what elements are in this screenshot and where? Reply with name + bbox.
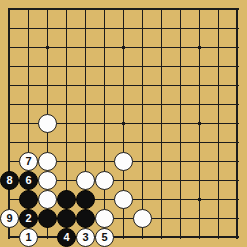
board-intersection[interactable] bbox=[0, 133, 19, 152]
grid-line-vertical bbox=[161, 76, 162, 95]
board-intersection[interactable] bbox=[114, 114, 133, 133]
board-intersection[interactable] bbox=[95, 133, 114, 152]
grid-line-vertical bbox=[123, 95, 124, 114]
board-intersection[interactable] bbox=[133, 95, 152, 114]
grid-line-vertical bbox=[28, 114, 29, 133]
grid-line-vertical bbox=[180, 95, 181, 114]
board-intersection[interactable] bbox=[133, 19, 152, 38]
board-intersection[interactable] bbox=[114, 133, 133, 152]
board-intersection[interactable] bbox=[209, 76, 228, 95]
board-intersection[interactable] bbox=[133, 133, 152, 152]
grid-line-vertical bbox=[123, 19, 124, 38]
grid-line-vertical bbox=[8, 57, 10, 76]
board-intersection[interactable] bbox=[76, 19, 95, 38]
white-stone bbox=[38, 114, 57, 133]
board-intersection[interactable] bbox=[190, 171, 209, 190]
board-intersection[interactable] bbox=[38, 209, 57, 228]
grid-line-vertical bbox=[123, 171, 124, 190]
grid-line-vertical bbox=[218, 114, 219, 133]
board-intersection[interactable]: 1 bbox=[19, 228, 38, 247]
grid-line-vertical bbox=[218, 19, 219, 38]
grid-line-vertical bbox=[180, 8, 181, 19]
board-intersection[interactable] bbox=[152, 57, 171, 76]
go-board: 786921435 bbox=[0, 0, 247, 247]
board-intersection[interactable] bbox=[190, 152, 209, 171]
grid-line-vertical bbox=[236, 228, 238, 239]
board-intersection[interactable] bbox=[38, 0, 57, 19]
grid-line-vertical bbox=[218, 171, 219, 190]
board-intersection[interactable] bbox=[57, 57, 76, 76]
grid-line-vertical bbox=[47, 57, 48, 76]
grid-line-vertical bbox=[8, 8, 10, 19]
grid-line-vertical bbox=[236, 209, 238, 228]
move-number: 6 bbox=[25, 175, 31, 186]
grid-line-vertical bbox=[142, 19, 143, 38]
grid-line-vertical bbox=[161, 152, 162, 171]
grid-line-vertical bbox=[47, 76, 48, 95]
grid-line-vertical bbox=[236, 76, 238, 95]
board-intersection[interactable] bbox=[209, 19, 228, 38]
board-intersection[interactable] bbox=[57, 209, 76, 228]
grid-line-vertical bbox=[199, 171, 200, 190]
board-intersection[interactable] bbox=[114, 95, 133, 114]
board-intersection[interactable] bbox=[209, 133, 228, 152]
board-intersection[interactable] bbox=[209, 95, 228, 114]
board-intersection[interactable] bbox=[38, 133, 57, 152]
board-intersection[interactable] bbox=[0, 114, 19, 133]
board-intersection[interactable] bbox=[0, 57, 19, 76]
board-intersection[interactable] bbox=[19, 133, 38, 152]
board-intersection[interactable] bbox=[114, 76, 133, 95]
move-number: 2 bbox=[25, 213, 31, 224]
grid-line-vertical bbox=[85, 38, 86, 57]
grid-line-vertical bbox=[123, 209, 124, 228]
board-intersection[interactable] bbox=[228, 76, 247, 95]
board-intersection[interactable] bbox=[38, 76, 57, 95]
board-intersection[interactable] bbox=[114, 19, 133, 38]
board-intersection[interactable] bbox=[171, 19, 190, 38]
white-stone bbox=[133, 209, 152, 228]
board-intersection[interactable] bbox=[133, 0, 152, 19]
board-intersection[interactable] bbox=[0, 228, 19, 247]
board-intersection[interactable] bbox=[0, 190, 19, 209]
board-intersection[interactable] bbox=[76, 133, 95, 152]
board-intersection[interactable] bbox=[95, 171, 114, 190]
white-stone bbox=[114, 190, 133, 209]
grid-line-vertical bbox=[180, 38, 181, 57]
black-stone: 4 bbox=[57, 228, 76, 247]
grid-line-vertical bbox=[180, 152, 181, 171]
board-intersection[interactable] bbox=[190, 209, 209, 228]
board-intersection[interactable] bbox=[114, 0, 133, 19]
grid-line-vertical bbox=[180, 19, 181, 38]
grid-line-vertical bbox=[85, 19, 86, 38]
grid-line-vertical bbox=[123, 133, 124, 152]
grid-line-vertical bbox=[66, 95, 67, 114]
board-intersection[interactable] bbox=[114, 209, 133, 228]
board-intersection[interactable] bbox=[171, 114, 190, 133]
grid-line-vertical bbox=[123, 76, 124, 95]
board-intersection[interactable] bbox=[57, 190, 76, 209]
grid-line-vertical bbox=[28, 19, 29, 38]
board-intersection[interactable] bbox=[171, 171, 190, 190]
board-intersection[interactable] bbox=[133, 190, 152, 209]
grid-line-vertical bbox=[180, 57, 181, 76]
board-intersection[interactable] bbox=[152, 152, 171, 171]
grid-line-vertical bbox=[28, 133, 29, 152]
black-stone bbox=[19, 190, 38, 209]
grid-line-vertical bbox=[218, 133, 219, 152]
board-intersection[interactable] bbox=[19, 0, 38, 19]
board-intersection[interactable] bbox=[114, 171, 133, 190]
board-intersection[interactable] bbox=[19, 19, 38, 38]
board-intersection[interactable] bbox=[76, 95, 95, 114]
board-intersection[interactable] bbox=[0, 76, 19, 95]
grid-line-vertical bbox=[180, 114, 181, 133]
star-point bbox=[122, 122, 125, 125]
board-intersection[interactable] bbox=[19, 57, 38, 76]
grid-line-vertical bbox=[199, 152, 200, 171]
board-intersection[interactable] bbox=[76, 190, 95, 209]
grid-line-vertical bbox=[66, 8, 67, 19]
grid-line-vertical bbox=[161, 171, 162, 190]
grid-line-vertical bbox=[236, 19, 238, 38]
board-intersection[interactable] bbox=[38, 152, 57, 171]
star-point bbox=[198, 198, 201, 201]
board-intersection[interactable] bbox=[171, 209, 190, 228]
grid-line-vertical bbox=[104, 133, 105, 152]
board-intersection[interactable] bbox=[209, 114, 228, 133]
grid-line-vertical bbox=[236, 95, 238, 114]
board-intersection[interactable] bbox=[209, 0, 228, 19]
board-intersection[interactable] bbox=[152, 95, 171, 114]
board-intersection[interactable] bbox=[95, 209, 114, 228]
grid-line-vertical bbox=[85, 152, 86, 171]
grid-line-vertical bbox=[142, 95, 143, 114]
board-intersection[interactable] bbox=[152, 190, 171, 209]
board-intersection[interactable] bbox=[114, 228, 133, 247]
board-intersection[interactable] bbox=[19, 95, 38, 114]
board-intersection[interactable] bbox=[190, 19, 209, 38]
board-intersection[interactable] bbox=[171, 95, 190, 114]
grid-line-vertical bbox=[85, 57, 86, 76]
grid-line-vertical bbox=[218, 95, 219, 114]
board-intersection[interactable] bbox=[95, 95, 114, 114]
grid-line-vertical bbox=[236, 152, 238, 171]
grid-line-vertical bbox=[180, 76, 181, 95]
white-stone bbox=[38, 171, 57, 190]
board-intersection[interactable] bbox=[152, 38, 171, 57]
grid-line-vertical bbox=[161, 57, 162, 76]
board-intersection[interactable] bbox=[133, 76, 152, 95]
board-intersection[interactable]: 4 bbox=[57, 228, 76, 247]
grid-line-vertical bbox=[236, 133, 238, 152]
grid-line-vertical bbox=[104, 190, 105, 209]
board-intersection[interactable] bbox=[171, 57, 190, 76]
grid-line-vertical bbox=[142, 133, 143, 152]
black-stone: 8 bbox=[0, 171, 19, 190]
board-intersection[interactable] bbox=[57, 95, 76, 114]
board-intersection[interactable]: 6 bbox=[19, 171, 38, 190]
board-intersection[interactable] bbox=[171, 38, 190, 57]
grid-line-vertical bbox=[66, 171, 67, 190]
grid-line-vertical bbox=[180, 228, 181, 239]
board-intersection[interactable] bbox=[95, 190, 114, 209]
board-intersection[interactable] bbox=[76, 114, 95, 133]
grid-line-vertical bbox=[236, 114, 238, 133]
grid-line-vertical bbox=[28, 8, 29, 19]
move-number: 7 bbox=[25, 156, 31, 167]
board-intersection[interactable] bbox=[190, 57, 209, 76]
grid-line-vertical bbox=[161, 8, 162, 19]
move-number: 1 bbox=[25, 232, 31, 243]
grid-line-vertical bbox=[161, 133, 162, 152]
board-intersection[interactable] bbox=[19, 38, 38, 57]
board-intersection[interactable] bbox=[209, 190, 228, 209]
black-stone: 2 bbox=[19, 209, 38, 228]
board-intersection[interactable] bbox=[228, 133, 247, 152]
grid-line-vertical bbox=[218, 152, 219, 171]
board-intersection[interactable] bbox=[57, 76, 76, 95]
board-intersection[interactable] bbox=[209, 38, 228, 57]
board-intersection[interactable] bbox=[152, 133, 171, 152]
board-intersection[interactable] bbox=[95, 38, 114, 57]
move-number: 5 bbox=[101, 232, 107, 243]
grid-line-vertical bbox=[104, 8, 105, 19]
board-intersection[interactable] bbox=[133, 152, 152, 171]
move-number: 3 bbox=[82, 232, 88, 243]
board-intersection[interactable] bbox=[114, 190, 133, 209]
board-intersection[interactable] bbox=[228, 228, 247, 247]
white-stone: 3 bbox=[76, 228, 95, 247]
board-intersection[interactable] bbox=[190, 133, 209, 152]
grid-line-vertical bbox=[161, 228, 162, 239]
grid-line-vertical bbox=[66, 114, 67, 133]
board-intersection[interactable] bbox=[57, 171, 76, 190]
black-stone: 6 bbox=[19, 171, 38, 190]
grid-line-vertical bbox=[218, 57, 219, 76]
black-stone bbox=[57, 190, 76, 209]
board-intersection[interactable] bbox=[57, 0, 76, 19]
board-intersection[interactable] bbox=[0, 95, 19, 114]
grid-line-vertical bbox=[104, 95, 105, 114]
board-intersection[interactable] bbox=[95, 57, 114, 76]
board-intersection[interactable] bbox=[190, 228, 209, 247]
grid-line-vertical bbox=[161, 95, 162, 114]
board-intersection[interactable] bbox=[228, 95, 247, 114]
grid-line-vertical bbox=[142, 228, 143, 239]
board-intersection[interactable] bbox=[190, 38, 209, 57]
grid-line-vertical bbox=[85, 114, 86, 133]
grid-line-vertical bbox=[218, 8, 219, 19]
board-intersection[interactable] bbox=[76, 38, 95, 57]
grid-line-vertical bbox=[180, 171, 181, 190]
grid-line-vertical bbox=[142, 38, 143, 57]
board-intersection[interactable] bbox=[190, 190, 209, 209]
board-intersection[interactable] bbox=[114, 38, 133, 57]
board-intersection[interactable] bbox=[171, 152, 190, 171]
board-intersection[interactable] bbox=[228, 152, 247, 171]
grid-line-vertical bbox=[199, 76, 200, 95]
black-stone bbox=[76, 209, 95, 228]
white-stone: 7 bbox=[19, 152, 38, 171]
board-intersection[interactable] bbox=[209, 57, 228, 76]
star-point bbox=[122, 46, 125, 49]
board-intersection[interactable] bbox=[133, 228, 152, 247]
grid-line-vertical bbox=[47, 133, 48, 152]
board-intersection[interactable] bbox=[76, 209, 95, 228]
board-intersection[interactable] bbox=[76, 0, 95, 19]
star-point bbox=[198, 46, 201, 49]
grid-line-vertical bbox=[28, 76, 29, 95]
board-intersection[interactable] bbox=[152, 76, 171, 95]
board-intersection[interactable] bbox=[209, 152, 228, 171]
black-stone bbox=[57, 209, 76, 228]
board-intersection[interactable] bbox=[38, 19, 57, 38]
board-intersection[interactable] bbox=[152, 228, 171, 247]
board-intersection[interactable] bbox=[114, 152, 133, 171]
board-intersection[interactable] bbox=[133, 209, 152, 228]
board-intersection[interactable] bbox=[152, 114, 171, 133]
board-intersection[interactable] bbox=[133, 38, 152, 57]
grid-line-vertical bbox=[236, 8, 238, 19]
board-intersection[interactable] bbox=[190, 76, 209, 95]
board-intersection[interactable] bbox=[95, 19, 114, 38]
board-intersection[interactable] bbox=[38, 171, 57, 190]
board-intersection[interactable] bbox=[95, 0, 114, 19]
grid-line-vertical bbox=[47, 95, 48, 114]
board-intersection[interactable] bbox=[133, 57, 152, 76]
board-intersection[interactable] bbox=[57, 19, 76, 38]
board-intersection[interactable] bbox=[209, 209, 228, 228]
board-intersection[interactable]: 8 bbox=[0, 171, 19, 190]
board-intersection[interactable] bbox=[76, 171, 95, 190]
board-intersection[interactable] bbox=[95, 152, 114, 171]
board-intersection[interactable] bbox=[152, 209, 171, 228]
board-intersection[interactable] bbox=[209, 228, 228, 247]
grid-line-vertical bbox=[66, 38, 67, 57]
board-intersection[interactable] bbox=[38, 57, 57, 76]
board-intersection[interactable] bbox=[228, 190, 247, 209]
grid-line-vertical bbox=[8, 114, 10, 133]
board-intersection[interactable] bbox=[171, 76, 190, 95]
grid-line-vertical bbox=[161, 114, 162, 133]
grid-line-vertical bbox=[161, 209, 162, 228]
black-stone bbox=[76, 190, 95, 209]
board-intersection[interactable] bbox=[19, 190, 38, 209]
board-intersection[interactable] bbox=[133, 114, 152, 133]
board-intersection[interactable] bbox=[19, 114, 38, 133]
board-intersection[interactable] bbox=[0, 152, 19, 171]
board-intersection[interactable] bbox=[190, 95, 209, 114]
board-intersection[interactable] bbox=[0, 19, 19, 38]
grid-line-vertical bbox=[218, 38, 219, 57]
board-intersection[interactable] bbox=[171, 0, 190, 19]
grid-line-vertical bbox=[236, 190, 238, 209]
board-intersection[interactable] bbox=[228, 38, 247, 57]
board-intersection[interactable] bbox=[0, 0, 19, 19]
grid-line-vertical bbox=[142, 171, 143, 190]
grid-line-vertical bbox=[104, 38, 105, 57]
board-intersection[interactable] bbox=[38, 114, 57, 133]
grid-line-vertical bbox=[104, 19, 105, 38]
board-intersection[interactable] bbox=[228, 0, 247, 19]
board-intersection[interactable] bbox=[228, 209, 247, 228]
grid-line-vertical bbox=[85, 95, 86, 114]
grid-line-vertical bbox=[199, 95, 200, 114]
board-intersection[interactable]: 2 bbox=[19, 209, 38, 228]
board-intersection[interactable] bbox=[38, 190, 57, 209]
board-intersection[interactable] bbox=[0, 38, 19, 57]
board-intersection[interactable] bbox=[57, 114, 76, 133]
move-number: 8 bbox=[6, 175, 12, 186]
board-intersection[interactable] bbox=[152, 171, 171, 190]
black-stone bbox=[38, 209, 57, 228]
board-intersection[interactable] bbox=[228, 57, 247, 76]
board-intersection[interactable] bbox=[228, 114, 247, 133]
grid-line-vertical bbox=[66, 76, 67, 95]
board-intersection[interactable] bbox=[152, 19, 171, 38]
grid-line-vertical bbox=[142, 8, 143, 19]
board-intersection[interactable]: 7 bbox=[19, 152, 38, 171]
board-intersection[interactable]: 3 bbox=[76, 228, 95, 247]
grid-line-vertical bbox=[8, 95, 10, 114]
board-intersection[interactable] bbox=[38, 228, 57, 247]
board-intersection[interactable] bbox=[76, 76, 95, 95]
grid-line-vertical bbox=[8, 190, 10, 209]
board-intersection[interactable] bbox=[95, 114, 114, 133]
grid-line-vertical bbox=[218, 76, 219, 95]
grid-line-vertical bbox=[218, 190, 219, 209]
grid-line-vertical bbox=[142, 57, 143, 76]
board-intersection[interactable] bbox=[19, 76, 38, 95]
grid-line-vertical bbox=[104, 57, 105, 76]
board-intersection[interactable] bbox=[228, 19, 247, 38]
board-intersection[interactable] bbox=[228, 171, 247, 190]
grid-line-vertical bbox=[142, 76, 143, 95]
board-intersection[interactable] bbox=[57, 152, 76, 171]
board-intersection[interactable] bbox=[133, 171, 152, 190]
move-number: 9 bbox=[6, 213, 12, 224]
board-intersection[interactable] bbox=[152, 0, 171, 19]
board-intersection[interactable] bbox=[57, 133, 76, 152]
board-intersection[interactable] bbox=[38, 38, 57, 57]
star-point bbox=[198, 122, 201, 125]
board-intersection[interactable] bbox=[190, 0, 209, 19]
board-intersection[interactable]: 5 bbox=[95, 228, 114, 247]
board-intersection[interactable]: 9 bbox=[0, 209, 19, 228]
board-intersection[interactable] bbox=[95, 76, 114, 95]
board-intersection[interactable] bbox=[171, 133, 190, 152]
grid-line-vertical bbox=[161, 190, 162, 209]
board-intersection[interactable] bbox=[190, 114, 209, 133]
board-intersection[interactable] bbox=[209, 171, 228, 190]
board-intersection[interactable] bbox=[57, 38, 76, 57]
board-intersection[interactable] bbox=[171, 190, 190, 209]
board-intersection[interactable] bbox=[76, 57, 95, 76]
grid-line-vertical bbox=[104, 114, 105, 133]
star-point bbox=[46, 46, 49, 49]
grid-line-vertical bbox=[142, 152, 143, 171]
grid-line-vertical bbox=[66, 152, 67, 171]
white-stone bbox=[95, 171, 114, 190]
board-intersection[interactable] bbox=[114, 57, 133, 76]
board-intersection[interactable] bbox=[76, 152, 95, 171]
grid-line-vertical bbox=[142, 190, 143, 209]
board-intersection[interactable] bbox=[171, 228, 190, 247]
white-stone: 5 bbox=[95, 228, 114, 247]
board-intersection[interactable] bbox=[38, 95, 57, 114]
